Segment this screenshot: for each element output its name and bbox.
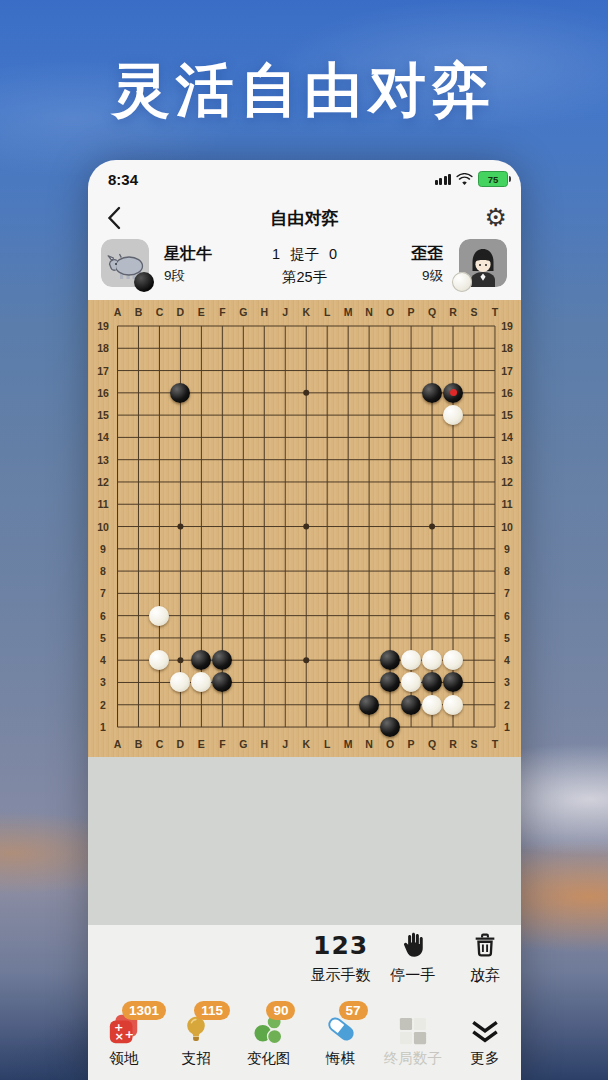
- white-player-rank: 9级: [422, 267, 443, 285]
- nav-bar: 自由对弈 ⚙: [88, 196, 521, 240]
- svg-text:+: +: [125, 1027, 135, 1041]
- stone-black-O1: [380, 717, 400, 737]
- pass-label: 停一手: [390, 966, 435, 985]
- last-move-marker: [450, 389, 457, 396]
- hint-button[interactable]: 115 支招: [160, 1000, 232, 1080]
- trash-icon: [471, 931, 499, 959]
- undo-button[interactable]: 57 悔棋: [304, 1000, 376, 1080]
- area-count-button: 终局数子: [377, 1000, 449, 1080]
- white-player-avatar[interactable]: [459, 239, 507, 287]
- variation-badge: 90: [266, 1001, 295, 1020]
- status-icons: 75: [435, 171, 509, 187]
- territory-label: 领地: [110, 1049, 139, 1068]
- star-point: [429, 524, 435, 530]
- white-stone-indicator: [452, 272, 472, 292]
- black-captures: 1: [272, 246, 280, 262]
- battery-icon: 75: [478, 171, 508, 187]
- white-captures: 0: [329, 246, 337, 262]
- app-screenshot: { "hero": { "title": "灵活自由对弈" }, "status…: [0, 0, 608, 1080]
- undo-badge: 57: [339, 1001, 368, 1020]
- double-chevron-down-icon: [469, 1019, 501, 1046]
- undo-label: 悔棋: [326, 1049, 355, 1068]
- hand-icon: [398, 930, 428, 960]
- phone-mockup: 8:34 75 自由对弈 ⚙: [88, 160, 521, 1080]
- star-point: [303, 524, 309, 530]
- action-bar: 1301 +×+ 领地 115 支招: [88, 1000, 521, 1080]
- star-point: [303, 657, 309, 663]
- white-player-name: 歪歪: [411, 244, 443, 265]
- captures-label: 提子: [290, 246, 319, 262]
- status-time: 8:34: [108, 171, 138, 188]
- player-info-bar: 星壮牛 9段 1提子0 第25手 歪歪 9级: [88, 239, 521, 299]
- more-button[interactable]: 更多: [449, 1000, 521, 1080]
- show-move-numbers-label: 显示手数: [311, 966, 371, 985]
- territory-button[interactable]: 1301 +×+ 领地: [88, 1000, 160, 1080]
- move-numbers-123-icon: 123: [313, 931, 368, 960]
- page-title: 自由对弈: [88, 207, 521, 230]
- stone-white-R15: [443, 405, 463, 425]
- show-move-numbers-button[interactable]: 123 显示手数: [305, 925, 377, 1000]
- area-count-label: 终局数子: [384, 1049, 442, 1068]
- signal-icon: [435, 173, 452, 185]
- svg-text:×: ×: [115, 1029, 125, 1043]
- go-board[interactable]: AABBCCDDEEFFGGHHJJKKLLMMNNOOPPQQRRSSTT19…: [88, 300, 521, 757]
- capture-count: 1提子0: [88, 245, 521, 264]
- variation-label: 变化图: [247, 1049, 291, 1068]
- star-point: [303, 390, 309, 396]
- stone-black-R16: [443, 383, 463, 403]
- hint-badge: 115: [194, 1001, 230, 1020]
- resign-label: 放弃: [470, 966, 500, 985]
- hint-label: 支招: [182, 1049, 211, 1068]
- area-count-icon: [398, 1016, 428, 1046]
- star-point: [177, 657, 183, 663]
- stone-black-Q16: [422, 383, 442, 403]
- stone-black-N2: [359, 695, 379, 715]
- stone-black-P2: [401, 695, 421, 715]
- toolbar: 123 显示手数 停一手 放弃: [88, 925, 521, 1000]
- pass-button[interactable]: 停一手: [377, 925, 449, 1000]
- stone-white-R2: [443, 695, 463, 715]
- stone-white-C6: [149, 606, 169, 626]
- settings-gear-icon[interactable]: ⚙: [485, 200, 507, 234]
- status-bar: 8:34 75: [88, 160, 521, 196]
- resign-button[interactable]: 放弃: [449, 925, 521, 1000]
- territory-badge: 1301: [122, 1001, 166, 1020]
- star-point: [177, 524, 183, 530]
- stone-white-Q2: [422, 695, 442, 715]
- wifi-icon: [456, 173, 473, 186]
- more-label: 更多: [470, 1049, 499, 1068]
- variation-button[interactable]: 90 变化图: [232, 1000, 304, 1080]
- lower-panel-background: [88, 757, 521, 925]
- hero-title: 灵活自由对弈: [0, 52, 608, 130]
